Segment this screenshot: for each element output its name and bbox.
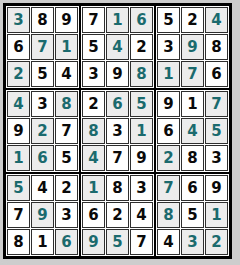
cell-r9c9[interactable]: 2 bbox=[205, 229, 228, 255]
cell-r7c5[interactable]: 8 bbox=[106, 175, 129, 201]
box-1-2: 716542398 bbox=[81, 6, 154, 88]
cell-r8c4[interactable]: 6 bbox=[82, 202, 105, 228]
cell-r3c1[interactable]: 2 bbox=[7, 61, 30, 87]
cell-r2c3[interactable]: 1 bbox=[55, 34, 78, 60]
cell-r6c8[interactable]: 8 bbox=[181, 145, 204, 171]
cell-r2c9[interactable]: 8 bbox=[205, 34, 228, 60]
cell-r7c8[interactable]: 6 bbox=[181, 175, 204, 201]
cell-r7c9[interactable]: 9 bbox=[205, 175, 228, 201]
cell-r1c3[interactable]: 9 bbox=[55, 7, 78, 33]
cell-r1c7[interactable]: 5 bbox=[157, 7, 180, 33]
box-2-2: 265831479 bbox=[81, 90, 154, 172]
cell-r7c3[interactable]: 2 bbox=[55, 175, 78, 201]
cell-r8c1[interactable]: 7 bbox=[7, 202, 30, 228]
cell-r9c6[interactable]: 7 bbox=[130, 229, 153, 255]
cell-r5c8[interactable]: 4 bbox=[181, 118, 204, 144]
cell-r2c5[interactable]: 4 bbox=[106, 34, 129, 60]
cell-r6c5[interactable]: 7 bbox=[106, 145, 129, 171]
box-2-1: 438927165 bbox=[6, 90, 79, 172]
cell-r5c2[interactable]: 2 bbox=[31, 118, 54, 144]
cell-r8c2[interactable]: 9 bbox=[31, 202, 54, 228]
page: 3896712547165423985243981764389271652658… bbox=[0, 0, 240, 259]
cell-r9c3[interactable]: 6 bbox=[55, 229, 78, 255]
cell-r4c2[interactable]: 3 bbox=[31, 91, 54, 117]
cell-r6c3[interactable]: 5 bbox=[55, 145, 78, 171]
cell-r3c4[interactable]: 3 bbox=[82, 61, 105, 87]
cell-r3c6[interactable]: 8 bbox=[130, 61, 153, 87]
cell-r1c6[interactable]: 6 bbox=[130, 7, 153, 33]
cell-r9c7[interactable]: 4 bbox=[157, 229, 180, 255]
cell-r6c1[interactable]: 1 bbox=[7, 145, 30, 171]
cell-r2c1[interactable]: 6 bbox=[7, 34, 30, 60]
cell-r3c7[interactable]: 1 bbox=[157, 61, 180, 87]
cell-r1c2[interactable]: 8 bbox=[31, 7, 54, 33]
cell-r4c7[interactable]: 9 bbox=[157, 91, 180, 117]
cell-r5c6[interactable]: 1 bbox=[130, 118, 153, 144]
box-3-3: 769851432 bbox=[156, 174, 229, 256]
cell-r2c7[interactable]: 3 bbox=[157, 34, 180, 60]
cell-r9c5[interactable]: 5 bbox=[106, 229, 129, 255]
cell-r3c8[interactable]: 7 bbox=[181, 61, 204, 87]
cell-r5c4[interactable]: 8 bbox=[82, 118, 105, 144]
cell-r1c8[interactable]: 2 bbox=[181, 7, 204, 33]
cell-r4c8[interactable]: 1 bbox=[181, 91, 204, 117]
cell-r4c4[interactable]: 2 bbox=[82, 91, 105, 117]
cell-r3c3[interactable]: 4 bbox=[55, 61, 78, 87]
cell-r8c7[interactable]: 8 bbox=[157, 202, 180, 228]
cell-r5c7[interactable]: 6 bbox=[157, 118, 180, 144]
cell-r8c6[interactable]: 4 bbox=[130, 202, 153, 228]
cell-r3c9[interactable]: 6 bbox=[205, 61, 228, 87]
cell-r7c2[interactable]: 4 bbox=[31, 175, 54, 201]
cell-r6c7[interactable]: 2 bbox=[157, 145, 180, 171]
cell-r6c4[interactable]: 4 bbox=[82, 145, 105, 171]
cell-r8c3[interactable]: 3 bbox=[55, 202, 78, 228]
cell-r5c5[interactable]: 3 bbox=[106, 118, 129, 144]
cell-r4c1[interactable]: 4 bbox=[7, 91, 30, 117]
cell-r8c8[interactable]: 5 bbox=[181, 202, 204, 228]
box-3-2: 183624957 bbox=[81, 174, 154, 256]
sudoku-board: 3896712547165423985243981764389271652658… bbox=[3, 3, 232, 259]
cell-r1c4[interactable]: 7 bbox=[82, 7, 105, 33]
cell-r4c6[interactable]: 5 bbox=[130, 91, 153, 117]
cell-r6c6[interactable]: 9 bbox=[130, 145, 153, 171]
cell-r9c2[interactable]: 1 bbox=[31, 229, 54, 255]
box-3-1: 542793816 bbox=[6, 174, 79, 256]
cell-r8c5[interactable]: 2 bbox=[106, 202, 129, 228]
cell-r3c2[interactable]: 5 bbox=[31, 61, 54, 87]
cell-r9c1[interactable]: 8 bbox=[7, 229, 30, 255]
cell-r7c7[interactable]: 7 bbox=[157, 175, 180, 201]
cell-r9c8[interactable]: 3 bbox=[181, 229, 204, 255]
cell-r4c3[interactable]: 8 bbox=[55, 91, 78, 117]
cell-r5c9[interactable]: 5 bbox=[205, 118, 228, 144]
cell-r5c3[interactable]: 7 bbox=[55, 118, 78, 144]
cell-r7c1[interactable]: 5 bbox=[7, 175, 30, 201]
cell-r6c9[interactable]: 3 bbox=[205, 145, 228, 171]
cell-r1c5[interactable]: 1 bbox=[106, 7, 129, 33]
cell-r9c4[interactable]: 9 bbox=[82, 229, 105, 255]
cell-r2c4[interactable]: 5 bbox=[82, 34, 105, 60]
cell-r8c9[interactable]: 1 bbox=[205, 202, 228, 228]
cell-r5c1[interactable]: 9 bbox=[7, 118, 30, 144]
cell-r4c9[interactable]: 7 bbox=[205, 91, 228, 117]
cell-r7c6[interactable]: 3 bbox=[130, 175, 153, 201]
cell-r4c5[interactable]: 6 bbox=[106, 91, 129, 117]
box-2-3: 917645283 bbox=[156, 90, 229, 172]
cell-r1c9[interactable]: 4 bbox=[205, 7, 228, 33]
cell-r3c5[interactable]: 9 bbox=[106, 61, 129, 87]
cell-r6c2[interactable]: 6 bbox=[31, 145, 54, 171]
cell-r2c2[interactable]: 7 bbox=[31, 34, 54, 60]
cell-r2c6[interactable]: 2 bbox=[130, 34, 153, 60]
cell-r1c1[interactable]: 3 bbox=[7, 7, 30, 33]
cell-r2c8[interactable]: 9 bbox=[181, 34, 204, 60]
box-1-3: 524398176 bbox=[156, 6, 229, 88]
box-1-1: 389671254 bbox=[6, 6, 79, 88]
cell-r7c4[interactable]: 1 bbox=[82, 175, 105, 201]
